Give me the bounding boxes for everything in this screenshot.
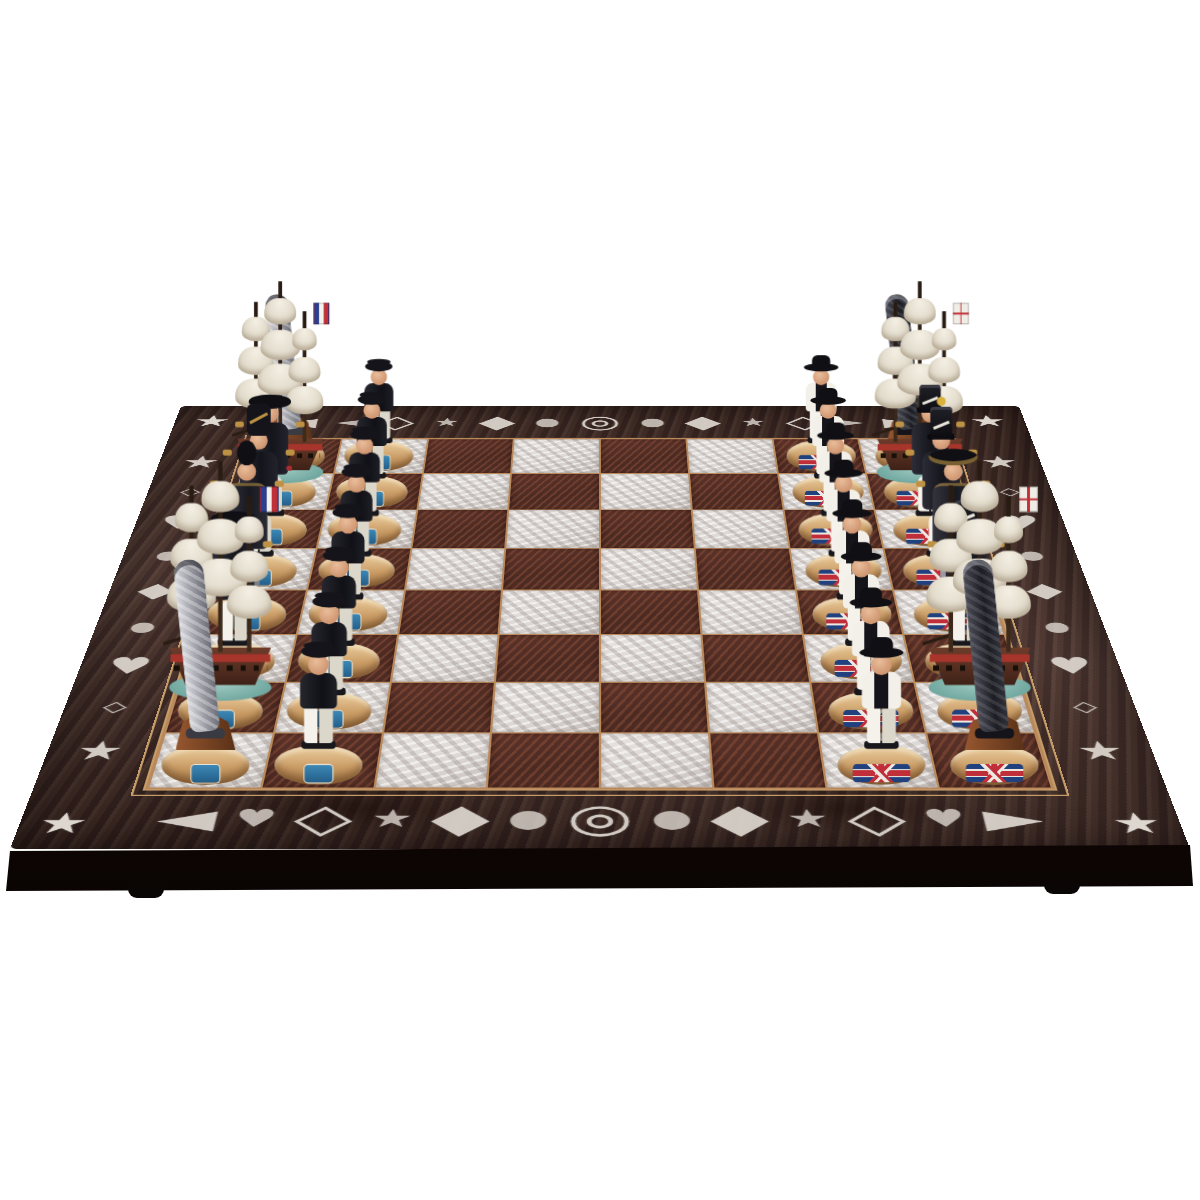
square-h4[interactable] (488, 734, 599, 788)
square-h2[interactable] (262, 734, 381, 788)
square-e4[interactable] (500, 590, 599, 633)
inlay-ornament-glyph: ◄ (151, 796, 222, 841)
inlay-ornament-glyph: ◆ (478, 412, 516, 433)
inlay-ornament-glyph: ● (640, 416, 666, 429)
square-b3[interactable] (418, 474, 510, 510)
square-c5[interactable] (601, 510, 694, 548)
square-a6[interactable] (687, 439, 777, 473)
inlay-ornament-glyph: ★ (739, 416, 767, 429)
inlay-ornament-glyph: ★ (369, 804, 415, 832)
square-e3[interactable] (399, 590, 501, 633)
near-border-inlay: ◄♥◇★◆●◎●◆★◇♥► (132, 792, 1069, 844)
square-c3[interactable] (412, 510, 508, 548)
square-d6[interactable] (696, 549, 795, 590)
inlay-ornament-glyph: ◇ (843, 796, 909, 841)
square-b4[interactable] (509, 474, 599, 510)
square-g5[interactable] (601, 682, 708, 732)
square-c4[interactable] (506, 510, 599, 548)
piece-white-pawn-h2[interactable] (249, 600, 387, 785)
inlay-ornament-glyph: ◇ (290, 796, 356, 841)
inlay-ornament-glyph: ● (534, 416, 560, 429)
inlay-ornament-glyph: ◇ (100, 698, 130, 715)
piece-black-rook-h8[interactable] (925, 554, 1063, 785)
chess-board: ◄◄◇★◆●◎●◆★◇►► ◄♥◇★◆●◎●◆★◇♥► ★◇♥●◆●♥◇★ ★◇… (10, 406, 1190, 848)
square-g3[interactable] (384, 682, 494, 732)
square-f3[interactable] (391, 635, 497, 682)
inlay-ornament-glyph: ◆ (429, 796, 491, 841)
photo-background: ◄◄◇★◆●◎●◆★◇►► ◄♥◇★◆●◎●◆★◇♥► ★◇♥●◆●♥◇★ ★◇… (0, 0, 1200, 1200)
square-e5[interactable] (601, 590, 700, 633)
square-d4[interactable] (503, 549, 599, 590)
square-h5[interactable] (601, 734, 712, 788)
square-f5[interactable] (601, 635, 704, 682)
squares-grid (143, 438, 1058, 791)
inlay-ornament-glyph: ★ (433, 416, 461, 429)
inlay-ornament-glyph: ◎ (567, 796, 634, 841)
square-g4[interactable] (492, 682, 599, 732)
inlay-ornament-glyph: ★ (1072, 736, 1129, 766)
corner-star-inlay: ★ (33, 807, 94, 840)
square-e6[interactable] (699, 590, 801, 633)
square-f6[interactable] (702, 635, 808, 682)
square-a4[interactable] (512, 439, 599, 473)
inlay-ornament-glyph: ◆ (709, 796, 771, 841)
square-h8[interactable] (928, 734, 1051, 788)
square-b6[interactable] (690, 474, 782, 510)
square-d3[interactable] (406, 549, 505, 590)
inlay-ornament-glyph: ► (978, 796, 1049, 841)
square-h6[interactable] (710, 734, 825, 788)
inlay-ornament-glyph: ★ (785, 804, 831, 832)
inlay-ornament-glyph: ● (507, 804, 549, 832)
inlay-ornament-glyph: ♥ (231, 804, 279, 832)
inlay-ornament-glyph: ◎ (579, 412, 620, 433)
square-h7[interactable] (819, 734, 938, 788)
square-a5[interactable] (601, 439, 688, 473)
square-f4[interactable] (496, 635, 599, 682)
square-c6[interactable] (693, 510, 789, 548)
inlay-ornament-glyph: ♥ (920, 804, 968, 832)
square-d5[interactable] (601, 549, 697, 590)
corner-star-inlay: ★ (1107, 807, 1168, 840)
square-h3[interactable] (375, 734, 490, 788)
square-g6[interactable] (706, 682, 816, 732)
board-scene: ◄◄◇★◆●◎●◆★◇►► ◄♥◇★◆●◎●◆★◇♥► ★◇♥●◆●♥◇★ ★◇… (110, 100, 1090, 1080)
inlay-ornament-glyph: ★ (71, 736, 128, 766)
board-foot (128, 886, 164, 898)
square-b5[interactable] (601, 474, 691, 510)
square-a3[interactable] (423, 439, 513, 473)
board-foot (1044, 882, 1080, 894)
inlay-ornament-glyph: ◆ (684, 412, 722, 433)
inlay-ornament-glyph: ◇ (1070, 698, 1100, 715)
inlay-ornament-glyph: ● (651, 804, 693, 832)
